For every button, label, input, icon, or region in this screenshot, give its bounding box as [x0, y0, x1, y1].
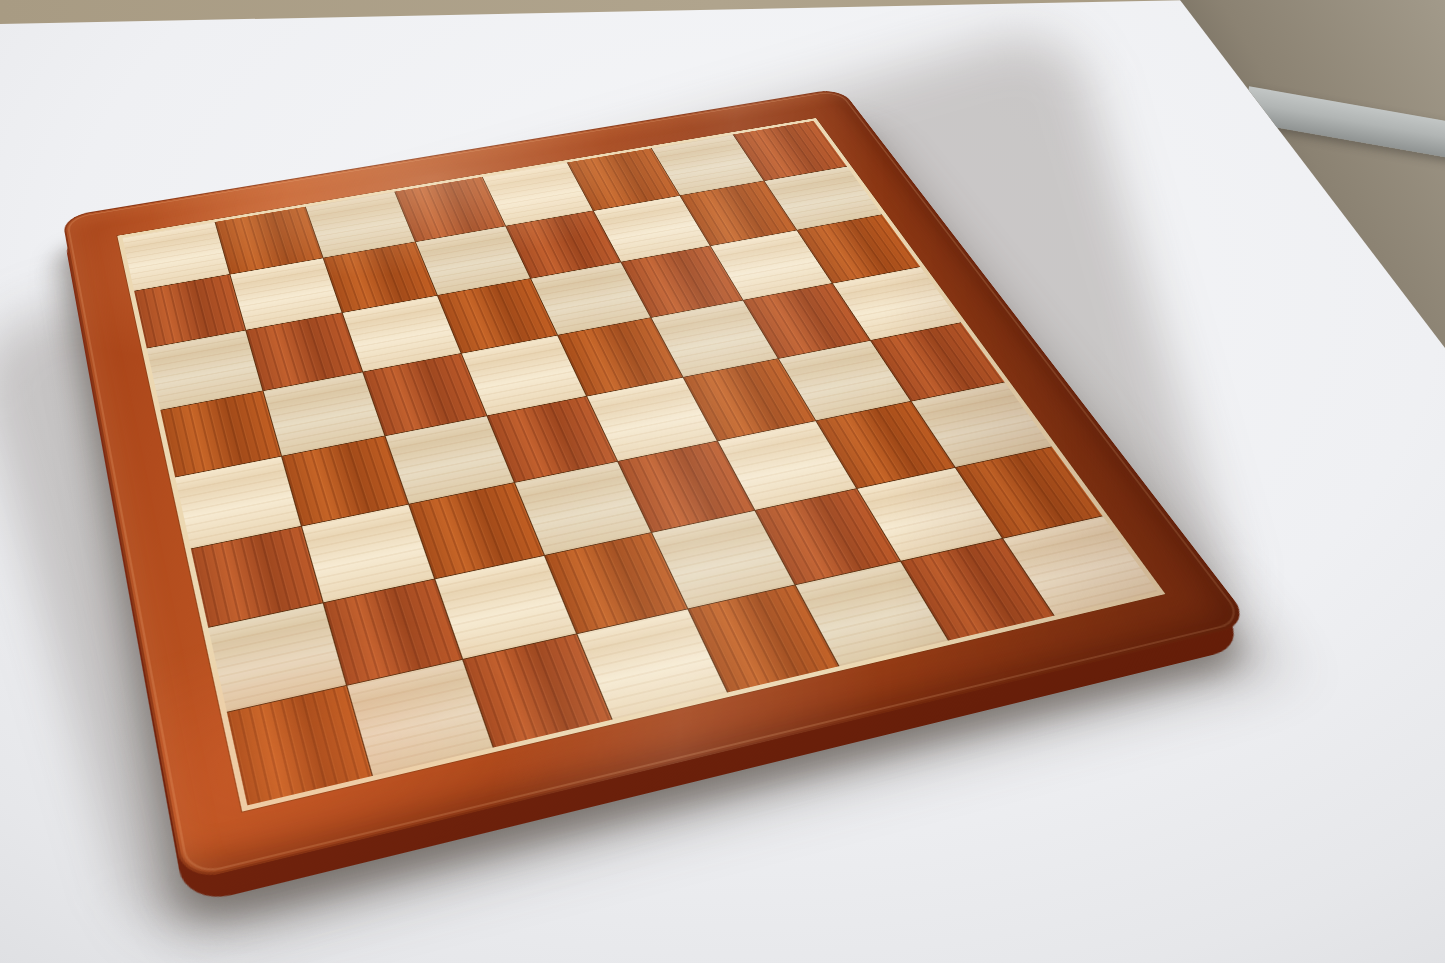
- chess-board: [62, 88, 1253, 883]
- square-c4: [386, 416, 514, 504]
- square-a5: [160, 391, 280, 476]
- square-a3: [191, 527, 322, 627]
- square-b3: [302, 505, 435, 603]
- square-a4: [175, 456, 300, 548]
- square-d3: [515, 462, 650, 555]
- square-e3: [618, 441, 754, 532]
- square-c2: [436, 556, 576, 659]
- square-e2: [652, 511, 795, 609]
- square-f3: [718, 421, 855, 509]
- square-a2: [208, 603, 345, 712]
- square-b1: [347, 660, 493, 776]
- square-g2: [857, 468, 1002, 561]
- square-f2: [756, 489, 900, 585]
- photo-stage: [0, 0, 1445, 963]
- square-g3: [816, 402, 954, 488]
- square-a1: [227, 686, 371, 805]
- square-d2: [545, 533, 687, 634]
- square-e1: [688, 586, 838, 693]
- board-inlay-line: [117, 118, 1165, 812]
- square-c3: [410, 483, 544, 578]
- square-d4: [487, 396, 616, 482]
- square-f1: [796, 562, 948, 666]
- square-b2: [323, 579, 462, 685]
- square-b4: [282, 436, 409, 526]
- board-top-surface: [62, 88, 1253, 883]
- board-scene: [0, 0, 1445, 963]
- square-c1: [464, 635, 612, 748]
- square-h2: [956, 447, 1102, 538]
- square-g1: [901, 539, 1054, 640]
- square-d1: [577, 610, 726, 720]
- square-h1: [1004, 517, 1158, 616]
